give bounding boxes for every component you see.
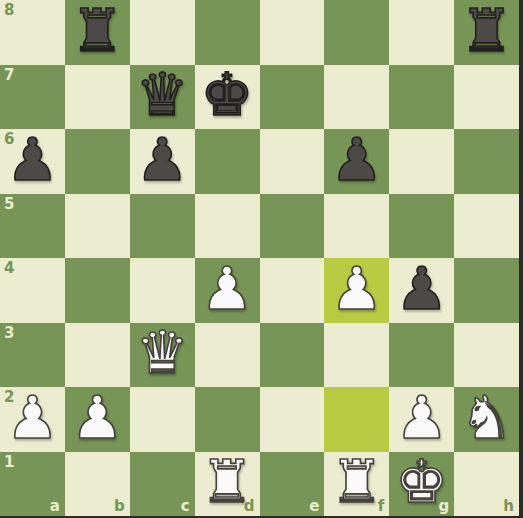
- white-pawn-a2[interactable]: ♟: [6, 388, 59, 447]
- square-b6[interactable]: [65, 129, 130, 194]
- square-c8[interactable]: [130, 0, 195, 65]
- square-b1[interactable]: b: [65, 452, 130, 517]
- square-g3[interactable]: [389, 323, 454, 388]
- square-a6[interactable]: ♟6: [0, 129, 65, 194]
- square-d4[interactable]: ♟: [195, 258, 260, 323]
- square-h7[interactable]: [454, 65, 519, 130]
- square-b4[interactable]: [65, 258, 130, 323]
- square-b2[interactable]: ♟: [65, 387, 130, 452]
- square-g1[interactable]: ♚g: [389, 452, 454, 517]
- square-d2[interactable]: [195, 387, 260, 452]
- rank-label-5: 5: [4, 197, 14, 212]
- file-label-b: b: [114, 499, 125, 514]
- square-b3[interactable]: [65, 323, 130, 388]
- rank-label-8: 8: [4, 3, 14, 18]
- square-a5[interactable]: 5: [0, 194, 65, 259]
- square-f5[interactable]: [324, 194, 389, 259]
- square-a3[interactable]: 3: [0, 323, 65, 388]
- square-e6[interactable]: [260, 129, 325, 194]
- square-a1[interactable]: 1a: [0, 452, 65, 517]
- rank-label-1: 1: [4, 455, 14, 470]
- square-d1[interactable]: ♜d: [195, 452, 260, 517]
- rank-label-7: 7: [4, 68, 14, 83]
- square-g4[interactable]: ♟: [389, 258, 454, 323]
- black-rook-b8[interactable]: ♜: [71, 1, 124, 60]
- square-f6[interactable]: ♟: [324, 129, 389, 194]
- black-pawn-f6[interactable]: ♟: [330, 130, 383, 189]
- square-h6[interactable]: [454, 129, 519, 194]
- rank-label-4: 4: [4, 261, 14, 276]
- white-rook-f1[interactable]: ♜: [330, 452, 383, 511]
- square-h3[interactable]: [454, 323, 519, 388]
- square-h8[interactable]: ♜: [454, 0, 519, 65]
- board: 8♜♜7♛♚♟6♟♟54♟♟♟3♛♟2♟♟♞1abc♜de♜f♚gh: [0, 0, 519, 516]
- square-a4[interactable]: 4: [0, 258, 65, 323]
- square-e1[interactable]: e: [260, 452, 325, 517]
- file-label-e: e: [309, 499, 319, 514]
- square-d8[interactable]: [195, 0, 260, 65]
- chess-board-frame: 8♜♜7♛♚♟6♟♟54♟♟♟3♛♟2♟♟♞1abc♜de♜f♚gh: [0, 0, 523, 518]
- white-pawn-f4[interactable]: ♟: [330, 259, 383, 318]
- square-a2[interactable]: ♟2: [0, 387, 65, 452]
- white-knight-h2[interactable]: ♞: [460, 388, 513, 447]
- black-king-d7[interactable]: ♚: [201, 65, 254, 124]
- black-pawn-g4[interactable]: ♟: [395, 259, 448, 318]
- square-d7[interactable]: ♚: [195, 65, 260, 130]
- square-f7[interactable]: [324, 65, 389, 130]
- rank-label-3: 3: [4, 326, 14, 341]
- square-c5[interactable]: [130, 194, 195, 259]
- white-pawn-g2[interactable]: ♟: [395, 388, 448, 447]
- square-h4[interactable]: [454, 258, 519, 323]
- square-e2[interactable]: [260, 387, 325, 452]
- square-g5[interactable]: [389, 194, 454, 259]
- white-pawn-d4[interactable]: ♟: [201, 259, 254, 318]
- white-rook-d1[interactable]: ♜: [201, 452, 254, 511]
- square-g6[interactable]: [389, 129, 454, 194]
- square-e3[interactable]: [260, 323, 325, 388]
- black-rook-h8[interactable]: ♜: [460, 1, 513, 60]
- square-c3[interactable]: ♛: [130, 323, 195, 388]
- file-label-c: c: [181, 499, 190, 514]
- square-d3[interactable]: [195, 323, 260, 388]
- square-a8[interactable]: 8: [0, 0, 65, 65]
- square-g7[interactable]: [389, 65, 454, 130]
- white-queen-c3[interactable]: ♛: [136, 323, 189, 382]
- square-g8[interactable]: [389, 0, 454, 65]
- white-king-g1[interactable]: ♚: [395, 452, 448, 511]
- black-pawn-c6[interactable]: ♟: [136, 130, 189, 189]
- black-queen-c7[interactable]: ♛: [136, 65, 189, 124]
- square-e4[interactable]: [260, 258, 325, 323]
- file-label-h: h: [503, 499, 514, 514]
- square-f8[interactable]: [324, 0, 389, 65]
- square-f1[interactable]: ♜f: [324, 452, 389, 517]
- square-e5[interactable]: [260, 194, 325, 259]
- square-d5[interactable]: [195, 194, 260, 259]
- square-h2[interactable]: ♞: [454, 387, 519, 452]
- file-label-a: a: [50, 499, 60, 514]
- square-h5[interactable]: [454, 194, 519, 259]
- square-f4[interactable]: ♟: [324, 258, 389, 323]
- square-b5[interactable]: [65, 194, 130, 259]
- square-c7[interactable]: ♛: [130, 65, 195, 130]
- square-g2[interactable]: ♟: [389, 387, 454, 452]
- square-f2[interactable]: [324, 387, 389, 452]
- square-d6[interactable]: [195, 129, 260, 194]
- square-c4[interactable]: [130, 258, 195, 323]
- white-pawn-b2[interactable]: ♟: [71, 388, 124, 447]
- square-h1[interactable]: h: [454, 452, 519, 517]
- black-pawn-a6[interactable]: ♟: [6, 130, 59, 189]
- square-a7[interactable]: 7: [0, 65, 65, 130]
- square-c1[interactable]: c: [130, 452, 195, 517]
- square-c2[interactable]: [130, 387, 195, 452]
- square-b7[interactable]: [65, 65, 130, 130]
- square-f3[interactable]: [324, 323, 389, 388]
- square-b8[interactable]: ♜: [65, 0, 130, 65]
- square-c6[interactable]: ♟: [130, 129, 195, 194]
- square-e7[interactable]: [260, 65, 325, 130]
- square-e8[interactable]: [260, 0, 325, 65]
